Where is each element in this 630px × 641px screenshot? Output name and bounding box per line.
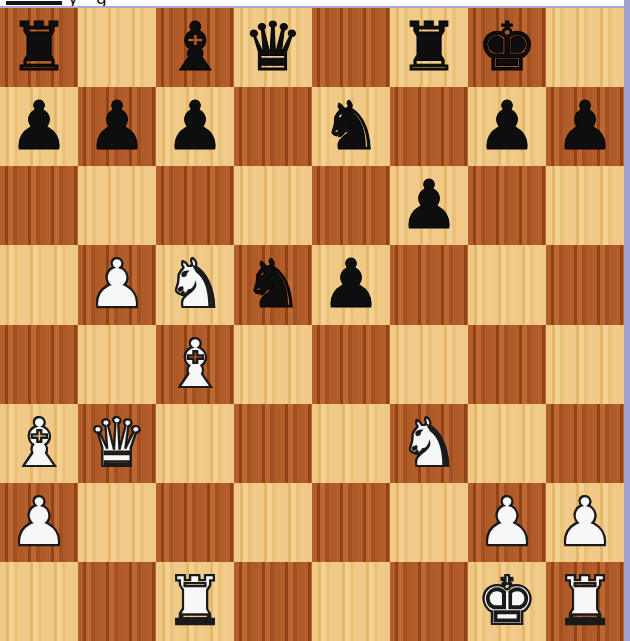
- piece-white-knight[interactable]: ♞: [165, 251, 225, 318]
- square-h1[interactable]: ♜: [546, 562, 624, 641]
- square-h5[interactable]: [546, 245, 624, 324]
- piece-black-pawn[interactable]: ♟: [165, 93, 225, 160]
- piece-white-bishop[interactable]: ♝: [165, 331, 225, 398]
- square-g7[interactable]: ♟: [468, 87, 546, 166]
- square-f5[interactable]: [390, 245, 468, 324]
- square-d3[interactable]: [234, 404, 312, 483]
- square-b7[interactable]: ♟: [78, 87, 156, 166]
- square-b5[interactable]: ♟: [78, 245, 156, 324]
- square-f1[interactable]: [390, 562, 468, 641]
- square-g6[interactable]: [468, 166, 546, 245]
- piece-black-knight[interactable]: ♞: [321, 93, 381, 160]
- square-e5[interactable]: ♟: [312, 245, 390, 324]
- square-f6[interactable]: ♟: [390, 166, 468, 245]
- square-a5[interactable]: [0, 245, 78, 324]
- square-a6[interactable]: [0, 166, 78, 245]
- piece-black-rook[interactable]: ♜: [9, 14, 69, 81]
- piece-white-king[interactable]: ♚: [477, 568, 537, 635]
- piece-white-pawn[interactable]: ♟: [555, 489, 615, 556]
- square-h6[interactable]: [546, 166, 624, 245]
- square-d6[interactable]: [234, 166, 312, 245]
- piece-white-rook[interactable]: ♜: [165, 568, 225, 635]
- piece-black-pawn[interactable]: ♟: [555, 93, 615, 160]
- square-a1[interactable]: [0, 562, 78, 641]
- piece-white-queen[interactable]: ♛: [87, 410, 147, 477]
- square-d7[interactable]: [234, 87, 312, 166]
- square-a8[interactable]: ♜: [0, 8, 78, 87]
- square-h8[interactable]: [546, 8, 624, 87]
- square-b6[interactable]: [78, 166, 156, 245]
- square-e3[interactable]: [312, 404, 390, 483]
- square-f8[interactable]: ♜: [390, 8, 468, 87]
- page: y g ♜♝♛♜♚♟♟♟♞♟♟♟♟♞♞♟♝♝♛♞♟♟♟♜♚♜: [0, 0, 630, 641]
- piece-white-rook[interactable]: ♜: [555, 568, 615, 635]
- piece-black-pawn[interactable]: ♟: [321, 251, 381, 318]
- square-g3[interactable]: [468, 404, 546, 483]
- square-a4[interactable]: [0, 325, 78, 404]
- square-c1[interactable]: ♜: [156, 562, 234, 641]
- piece-black-pawn[interactable]: ♟: [87, 93, 147, 160]
- square-b3[interactable]: ♛: [78, 404, 156, 483]
- square-c7[interactable]: ♟: [156, 87, 234, 166]
- square-f4[interactable]: [390, 325, 468, 404]
- piece-black-pawn[interactable]: ♟: [477, 93, 537, 160]
- square-a7[interactable]: ♟: [0, 87, 78, 166]
- square-e6[interactable]: [312, 166, 390, 245]
- square-a2[interactable]: ♟: [0, 483, 78, 562]
- square-f2[interactable]: [390, 483, 468, 562]
- square-b2[interactable]: [78, 483, 156, 562]
- piece-white-knight[interactable]: ♞: [399, 410, 459, 477]
- square-e4[interactable]: [312, 325, 390, 404]
- square-e1[interactable]: [312, 562, 390, 641]
- square-e8[interactable]: [312, 8, 390, 87]
- square-c3[interactable]: [156, 404, 234, 483]
- square-f3[interactable]: ♞: [390, 404, 468, 483]
- piece-white-bishop[interactable]: ♝: [9, 410, 69, 477]
- square-d5[interactable]: ♞: [234, 245, 312, 324]
- square-c6[interactable]: [156, 166, 234, 245]
- piece-black-pawn[interactable]: ♟: [9, 93, 69, 160]
- square-f7[interactable]: [390, 87, 468, 166]
- square-h2[interactable]: ♟: [546, 483, 624, 562]
- piece-black-pawn[interactable]: ♟: [399, 172, 459, 239]
- square-d4[interactable]: [234, 325, 312, 404]
- square-g4[interactable]: [468, 325, 546, 404]
- square-h7[interactable]: ♟: [546, 87, 624, 166]
- square-b1[interactable]: [78, 562, 156, 641]
- square-h3[interactable]: [546, 404, 624, 483]
- square-b4[interactable]: [78, 325, 156, 404]
- piece-black-bishop[interactable]: ♝: [165, 14, 225, 81]
- square-g2[interactable]: ♟: [468, 483, 546, 562]
- square-e7[interactable]: ♞: [312, 87, 390, 166]
- square-c4[interactable]: ♝: [156, 325, 234, 404]
- square-c5[interactable]: ♞: [156, 245, 234, 324]
- square-d2[interactable]: [234, 483, 312, 562]
- square-h4[interactable]: [546, 325, 624, 404]
- chess-board[interactable]: ♜♝♛♜♚♟♟♟♞♟♟♟♟♞♞♟♝♝♛♞♟♟♟♜♚♜: [0, 8, 624, 641]
- clipped-text-bar-fragment: [6, 1, 62, 5]
- scrollbar-track[interactable]: [624, 0, 630, 641]
- piece-black-rook[interactable]: ♜: [399, 14, 459, 81]
- piece-black-king[interactable]: ♚: [477, 14, 537, 81]
- square-g1[interactable]: ♚: [468, 562, 546, 641]
- square-b8[interactable]: [78, 8, 156, 87]
- square-c2[interactable]: [156, 483, 234, 562]
- piece-white-pawn[interactable]: ♟: [87, 251, 147, 318]
- piece-black-knight[interactable]: ♞: [243, 251, 303, 318]
- square-e2[interactable]: [312, 483, 390, 562]
- piece-white-pawn[interactable]: ♟: [477, 489, 537, 556]
- square-a3[interactable]: ♝: [0, 404, 78, 483]
- square-d8[interactable]: ♛: [234, 8, 312, 87]
- piece-white-pawn[interactable]: ♟: [9, 489, 69, 556]
- square-c8[interactable]: ♝: [156, 8, 234, 87]
- square-g8[interactable]: ♚: [468, 8, 546, 87]
- square-g5[interactable]: [468, 245, 546, 324]
- square-d1[interactable]: [234, 562, 312, 641]
- piece-black-queen[interactable]: ♛: [243, 14, 303, 81]
